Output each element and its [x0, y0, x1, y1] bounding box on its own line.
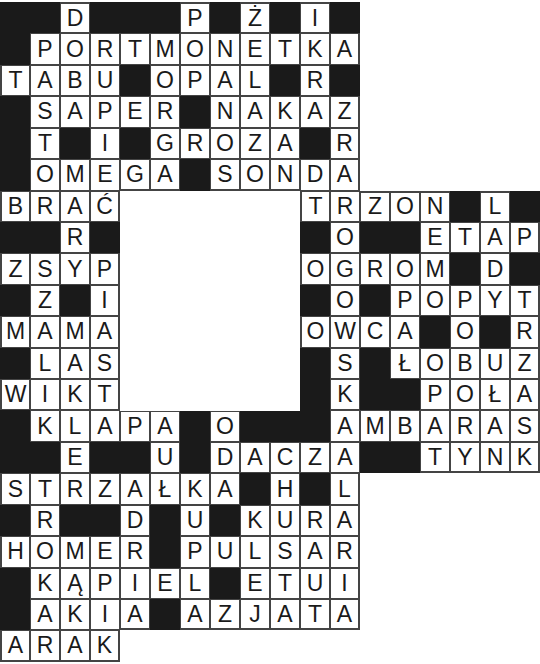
letter-cell-r13c13: B: [390, 410, 420, 441]
letter-cell-r13c2: L: [60, 410, 90, 441]
empty-area: [390, 33, 420, 64]
empty-area: [510, 599, 540, 630]
letter-cell-r8c2: Y: [60, 253, 90, 284]
letter-cell-r2c8: L: [240, 65, 270, 96]
empty-area: [480, 96, 510, 127]
empty-area: [450, 568, 480, 599]
black-cell-r13c10: [300, 410, 330, 441]
empty-area: [510, 159, 540, 190]
letter-cell-r1c7: N: [210, 33, 240, 64]
letter-cell-r18c1: K: [30, 568, 60, 599]
letter-cell-r3c9: K: [270, 96, 300, 127]
letter-cell-r5c1: O: [30, 159, 60, 190]
empty-area: [360, 159, 390, 190]
black-cell-r14c12: [360, 442, 390, 473]
letter-cell-r3c5: R: [150, 96, 180, 127]
letter-cell-r9c13: P: [390, 285, 420, 316]
letter-cell-r14c7: D: [210, 442, 240, 473]
black-cell-r7c13: [390, 222, 420, 253]
letter-cell-r13c4: P: [120, 410, 150, 441]
empty-area: [450, 128, 480, 159]
letter-cell-r19c11: A: [330, 599, 360, 630]
empty-area: [510, 505, 540, 536]
letter-cell-r18c6: L: [180, 568, 210, 599]
letter-cell-r15c9: H: [270, 473, 300, 504]
black-cell-r16c2: [60, 505, 90, 536]
empty-area: [360, 630, 390, 661]
letter-cell-r18c4: I: [120, 568, 150, 599]
letter-cell-r12c14: P: [420, 379, 450, 410]
black-cell-r2c4: [120, 65, 150, 96]
black-cell-r2c11: [330, 65, 360, 96]
black-cell-r13c9: [270, 410, 300, 441]
black-cell-r7c12: [360, 222, 390, 253]
black-cell-r12c10: [300, 379, 330, 410]
letter-cell-r13c17: S: [510, 410, 540, 441]
black-cell-r9c10: [300, 285, 330, 316]
empty-area: [390, 65, 420, 96]
letter-cell-r10c15: O: [450, 316, 480, 347]
empty-area: [390, 159, 420, 190]
black-cell-r8c15: [450, 253, 480, 284]
letter-cell-r12c16: Ł: [480, 379, 510, 410]
letter-cell-r15c11: L: [330, 473, 360, 504]
letter-cell-r1c1: P: [30, 33, 60, 64]
letter-cell-r13c5: A: [150, 410, 180, 441]
letter-cell-r19c8: J: [240, 599, 270, 630]
empty-area: [450, 473, 480, 504]
letter-cell-r8c14: M: [420, 253, 450, 284]
letter-cell-r16c4: D: [120, 505, 150, 536]
letter-cell-r4c5: G: [150, 128, 180, 159]
empty-area: [510, 128, 540, 159]
letter-cell-r17c0: H: [0, 536, 30, 567]
black-cell-r12c13: [390, 379, 420, 410]
letter-cell-r3c7: N: [210, 96, 240, 127]
letter-cell-r9c14: O: [420, 285, 450, 316]
letter-cell-r8c12: R: [360, 253, 390, 284]
empty-area: [420, 599, 450, 630]
empty-area: [450, 536, 480, 567]
crossword-puzzle: DPŻIPORTMONETKATABUOPALRSAPERNAKAZTIGROZ…: [0, 0, 540, 664]
letter-cell-r1c4: T: [120, 33, 150, 64]
letter-cell-r9c15: P: [450, 285, 480, 316]
black-cell-r0c11: [330, 2, 360, 33]
black-cell-r0c5: [150, 2, 180, 33]
black-cell-r0c3: [90, 2, 120, 33]
letter-cell-r18c8: E: [240, 568, 270, 599]
letter-cell-r9c16: Y: [480, 285, 510, 316]
letter-cell-r14c2: E: [60, 442, 90, 473]
letter-cell-r9c3: I: [90, 285, 120, 316]
empty-area: [360, 473, 390, 504]
letter-cell-r4c1: T: [30, 128, 60, 159]
empty-area: [480, 473, 510, 504]
letter-cell-r14c11: A: [330, 442, 360, 473]
letter-cell-r12c1: I: [30, 379, 60, 410]
letter-cell-r13c11: A: [330, 410, 360, 441]
empty-area: [480, 159, 510, 190]
empty-area: [510, 536, 540, 567]
black-cell-r10c14: [420, 316, 450, 347]
letter-cell-r20c2: A: [60, 630, 90, 661]
letter-cell-r1c2: O: [60, 33, 90, 64]
letter-cell-r10c10: O: [300, 316, 330, 347]
letter-cell-r5c5: A: [150, 159, 180, 190]
letter-cell-r1c5: M: [150, 33, 180, 64]
letter-cell-r11c1: L: [30, 348, 60, 379]
letter-cell-r11c3: S: [90, 348, 120, 379]
black-cell-r7c0: [0, 222, 30, 253]
letter-cell-r2c6: P: [180, 65, 210, 96]
empty-area: [270, 630, 300, 661]
letter-cell-r15c0: S: [0, 473, 30, 504]
letter-cell-r11c13: Ł: [390, 348, 420, 379]
black-cell-r14c1: [30, 442, 60, 473]
letter-cell-r2c7: A: [210, 65, 240, 96]
letter-cell-r6c12: Z: [360, 191, 390, 222]
letter-cell-r1c11: A: [330, 33, 360, 64]
empty-area: [480, 33, 510, 64]
empty-area: [420, 128, 450, 159]
empty-area: [450, 2, 480, 33]
black-cell-r12c12: [360, 379, 390, 410]
empty-area: [390, 128, 420, 159]
letter-cell-r13c3: A: [90, 410, 120, 441]
black-cell-r14c13: [390, 442, 420, 473]
letter-cell-r6c14: N: [420, 191, 450, 222]
empty-area: [120, 630, 150, 661]
letter-cell-r1c9: T: [270, 33, 300, 64]
empty-area: [180, 630, 210, 661]
black-cell-r11c10: [300, 348, 330, 379]
letter-cell-r16c10: R: [300, 505, 330, 536]
letter-cell-r14c17: K: [510, 442, 540, 473]
letter-cell-r15c6: K: [180, 473, 210, 504]
empty-area: [360, 599, 390, 630]
empty-area: [450, 65, 480, 96]
black-cell-r2c9: [270, 65, 300, 96]
black-cell-r11c12: [360, 348, 390, 379]
empty-area: [390, 2, 420, 33]
black-cell-r18c7: [210, 568, 240, 599]
empty-area: [360, 505, 390, 536]
letter-cell-r12c3: T: [90, 379, 120, 410]
letter-cell-r4c7: O: [210, 128, 240, 159]
empty-area: [420, 568, 450, 599]
black-cell-r5c0: [0, 159, 30, 190]
empty-area: [360, 33, 390, 64]
empty-area: [360, 96, 390, 127]
black-cell-r4c4: [120, 128, 150, 159]
empty-area: [480, 568, 510, 599]
letter-cell-r12c2: K: [60, 379, 90, 410]
empty-area: [390, 630, 420, 661]
letter-cell-r8c3: P: [90, 253, 120, 284]
black-cell-r7c10: [300, 222, 330, 253]
empty-area: [360, 536, 390, 567]
letter-cell-r10c3: A: [90, 316, 120, 347]
letter-cell-r5c8: O: [240, 159, 270, 190]
empty-area: [420, 33, 450, 64]
letter-cell-r7c14: E: [420, 222, 450, 253]
letter-cell-r5c2: M: [60, 159, 90, 190]
letter-cell-r5c4: G: [120, 159, 150, 190]
letter-cell-r10c12: C: [360, 316, 390, 347]
letter-cell-r0c6: P: [180, 2, 210, 33]
letter-cell-r8c13: O: [390, 253, 420, 284]
empty-area: [510, 33, 540, 64]
letter-cell-r17c7: U: [210, 536, 240, 567]
photo-placeholder: [120, 191, 300, 411]
letter-cell-r19c6: A: [180, 599, 210, 630]
black-cell-r13c8: [240, 410, 270, 441]
black-cell-r4c0: [0, 128, 30, 159]
empty-area: [420, 159, 450, 190]
letter-cell-r20c0: A: [0, 630, 30, 661]
black-cell-r11c0: [0, 348, 30, 379]
empty-area: [480, 505, 510, 536]
letter-cell-r19c9: A: [270, 599, 300, 630]
letter-cell-r10c2: M: [60, 316, 90, 347]
black-cell-r16c3: [90, 505, 120, 536]
letter-cell-r12c0: W: [0, 379, 30, 410]
letter-cell-r6c3: Ć: [90, 191, 120, 222]
letter-cell-r9c17: T: [510, 285, 540, 316]
empty-area: [360, 65, 390, 96]
black-cell-r19c0: [0, 599, 30, 630]
letter-cell-r13c1: K: [30, 410, 60, 441]
black-cell-r0c7: [210, 2, 240, 33]
letter-cell-r0c10: I: [300, 2, 330, 33]
empty-area: [420, 96, 450, 127]
letter-cell-r6c16: L: [480, 191, 510, 222]
black-cell-r15c8: [240, 473, 270, 504]
letter-cell-r16c11: A: [330, 505, 360, 536]
black-cell-r5c6: [180, 159, 210, 190]
letter-cell-r15c5: Ł: [150, 473, 180, 504]
letter-cell-r11c2: A: [60, 348, 90, 379]
letter-cell-r3c1: S: [30, 96, 60, 127]
empty-area: [480, 2, 510, 33]
letter-cell-r11c15: B: [450, 348, 480, 379]
letter-cell-r17c3: E: [90, 536, 120, 567]
letter-cell-r8c11: G: [330, 253, 360, 284]
letter-cell-r6c1: R: [30, 191, 60, 222]
empty-area: [480, 65, 510, 96]
black-cell-r4c10: [300, 128, 330, 159]
black-cell-r16c0: [0, 505, 30, 536]
letter-cell-r2c5: O: [150, 65, 180, 96]
letter-cell-r14c5: U: [150, 442, 180, 473]
black-cell-r16c5: [150, 505, 180, 536]
empty-area: [510, 2, 540, 33]
letter-cell-r8c1: S: [30, 253, 60, 284]
empty-area: [390, 536, 420, 567]
letter-cell-r2c3: U: [90, 65, 120, 96]
empty-area: [480, 536, 510, 567]
black-cell-r4c2: [60, 128, 90, 159]
letter-cell-r2c2: B: [60, 65, 90, 96]
empty-area: [450, 159, 480, 190]
letter-cell-r18c9: T: [270, 568, 300, 599]
letter-cell-r13c7: O: [210, 410, 240, 441]
letter-cell-r10c17: R: [510, 316, 540, 347]
letter-cell-r10c1: A: [30, 316, 60, 347]
letter-cell-r7c15: T: [450, 222, 480, 253]
letter-cell-r4c3: I: [90, 128, 120, 159]
empty-area: [420, 505, 450, 536]
empty-area: [420, 630, 450, 661]
letter-cell-r8c16: D: [480, 253, 510, 284]
black-cell-r14c6: [180, 442, 210, 473]
letter-cell-r19c3: I: [90, 599, 120, 630]
letter-cell-r17c10: A: [300, 536, 330, 567]
letter-cell-r5c9: N: [270, 159, 300, 190]
empty-area: [330, 630, 360, 661]
letter-cell-r8c0: Z: [0, 253, 30, 284]
empty-area: [450, 33, 480, 64]
letter-cell-r0c8: Ż: [240, 2, 270, 33]
black-cell-r14c0: [0, 442, 30, 473]
empty-area: [390, 599, 420, 630]
black-cell-r8c17: [510, 253, 540, 284]
letter-cell-r18c11: I: [330, 568, 360, 599]
letter-cell-r8c10: O: [300, 253, 330, 284]
letter-cell-r18c2: Ą: [60, 568, 90, 599]
letter-cell-r14c14: T: [420, 442, 450, 473]
empty-area: [480, 128, 510, 159]
letter-cell-r19c10: T: [300, 599, 330, 630]
letter-cell-r11c11: S: [330, 348, 360, 379]
black-cell-r1c0: [0, 33, 30, 64]
letter-cell-r14c10: Z: [300, 442, 330, 473]
letter-cell-r3c2: A: [60, 96, 90, 127]
black-cell-r9c0: [0, 285, 30, 316]
letter-cell-r16c9: U: [270, 505, 300, 536]
letter-cell-r7c11: O: [330, 222, 360, 253]
letter-cell-r4c11: R: [330, 128, 360, 159]
letter-cell-r18c5: E: [150, 568, 180, 599]
empty-area: [510, 473, 540, 504]
letter-cell-r18c3: P: [90, 568, 120, 599]
letter-cell-r6c10: T: [300, 191, 330, 222]
black-cell-r3c6: [180, 96, 210, 127]
letter-cell-r6c11: R: [330, 191, 360, 222]
letter-cell-r15c4: A: [120, 473, 150, 504]
letter-cell-r10c11: W: [330, 316, 360, 347]
letter-cell-r12c15: O: [450, 379, 480, 410]
empty-area: [450, 599, 480, 630]
letter-cell-r9c1: Z: [30, 285, 60, 316]
letter-cell-r15c3: Z: [90, 473, 120, 504]
empty-area: [390, 505, 420, 536]
letter-cell-r3c10: A: [300, 96, 330, 127]
letter-cell-r11c14: O: [420, 348, 450, 379]
letter-cell-r3c8: A: [240, 96, 270, 127]
empty-area: [510, 65, 540, 96]
letter-cell-r5c7: S: [210, 159, 240, 190]
empty-area: [420, 2, 450, 33]
empty-area: [510, 96, 540, 127]
empty-area: [390, 473, 420, 504]
empty-area: [360, 2, 390, 33]
letter-cell-r13c16: A: [480, 410, 510, 441]
letter-cell-r6c13: O: [390, 191, 420, 222]
black-cell-r16c7: [210, 505, 240, 536]
letter-cell-r2c0: T: [0, 65, 30, 96]
empty-area: [510, 630, 540, 661]
letter-cell-r13c12: M: [360, 410, 390, 441]
empty-area: [360, 568, 390, 599]
letter-cell-r17c9: S: [270, 536, 300, 567]
letter-cell-r19c7: Z: [210, 599, 240, 630]
letter-cell-r5c10: D: [300, 159, 330, 190]
letter-cell-r18c10: U: [300, 568, 330, 599]
letter-cell-r14c16: N: [480, 442, 510, 473]
letter-cell-r20c1: R: [30, 630, 60, 661]
letter-cell-r3c3: P: [90, 96, 120, 127]
empty-area: [210, 630, 240, 661]
empty-area: [150, 630, 180, 661]
black-cell-r19c5: [150, 599, 180, 630]
letter-cell-r19c1: A: [30, 599, 60, 630]
letter-cell-r2c10: R: [300, 65, 330, 96]
black-cell-r7c1: [30, 222, 60, 253]
black-cell-r0c9: [270, 2, 300, 33]
letter-cell-r16c8: K: [240, 505, 270, 536]
letter-cell-r16c6: U: [180, 505, 210, 536]
empty-area: [420, 536, 450, 567]
letter-cell-r4c6: R: [180, 128, 210, 159]
letter-cell-r11c16: U: [480, 348, 510, 379]
letter-cell-r4c8: Z: [240, 128, 270, 159]
letter-cell-r0c2: D: [60, 2, 90, 33]
letter-cell-r1c10: K: [300, 33, 330, 64]
letter-cell-r6c2: A: [60, 191, 90, 222]
empty-area: [420, 65, 450, 96]
letter-cell-r10c13: A: [390, 316, 420, 347]
letter-cell-r4c9: A: [270, 128, 300, 159]
empty-area: [510, 568, 540, 599]
empty-area: [480, 630, 510, 661]
black-cell-r9c12: [360, 285, 390, 316]
letter-cell-r1c3: R: [90, 33, 120, 64]
letter-cell-r17c1: O: [30, 536, 60, 567]
letter-cell-r15c2: R: [60, 473, 90, 504]
empty-area: [450, 630, 480, 661]
letter-cell-r3c11: Z: [330, 96, 360, 127]
letter-cell-r19c4: A: [120, 599, 150, 630]
letter-cell-r15c1: T: [30, 473, 60, 504]
empty-area: [240, 630, 270, 661]
letter-cell-r13c15: R: [450, 410, 480, 441]
black-cell-r13c6: [180, 410, 210, 441]
letter-cell-r12c17: A: [510, 379, 540, 410]
empty-area: [390, 568, 420, 599]
letter-cell-r9c11: O: [330, 285, 360, 316]
letter-cell-r17c6: P: [180, 536, 210, 567]
black-cell-r14c3: [90, 442, 120, 473]
black-cell-r0c4: [120, 2, 150, 33]
empty-area: [390, 96, 420, 127]
letter-cell-r10c0: M: [0, 316, 30, 347]
letter-cell-r5c11: A: [330, 159, 360, 190]
letter-cell-r17c11: R: [330, 536, 360, 567]
letter-cell-r16c1: R: [30, 505, 60, 536]
empty-area: [480, 599, 510, 630]
black-cell-r0c1: [30, 2, 60, 33]
